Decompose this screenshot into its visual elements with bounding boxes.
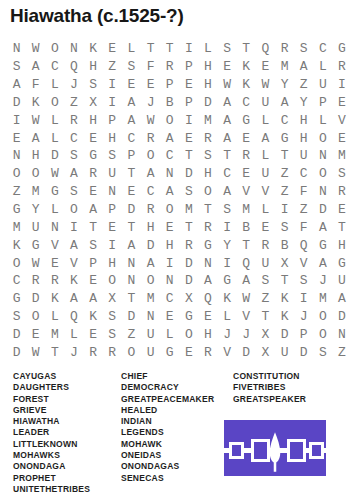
grid-cell: M xyxy=(275,58,294,76)
grid-cell: D xyxy=(122,308,141,326)
grid-cell: D xyxy=(179,272,198,290)
grid-cell: E xyxy=(141,76,160,94)
grid-cell: E xyxy=(256,58,275,76)
iroquois-confederacy-flag xyxy=(224,420,326,476)
grid-cell: P xyxy=(313,94,332,112)
grid-cell: N xyxy=(7,147,26,165)
grid-cell: U xyxy=(275,343,294,361)
grid-cell: L xyxy=(45,76,64,94)
grid-cell: I xyxy=(103,94,122,112)
grid-cell: A xyxy=(218,111,237,129)
grid-cell: E xyxy=(7,129,26,147)
grid-cell: R xyxy=(26,272,45,290)
grid-cell: S xyxy=(122,58,141,76)
grid-cell: C xyxy=(7,272,26,290)
grid-cell: R xyxy=(332,183,351,201)
grid-cell: I xyxy=(332,76,351,94)
grid-cell: U xyxy=(103,165,122,183)
word-list-item: CONSTITUTION xyxy=(233,371,353,382)
grid-cell: T xyxy=(179,147,198,165)
grid-cell: S xyxy=(218,40,237,58)
grid-cell: G xyxy=(313,236,332,254)
grid-cell: A xyxy=(294,58,313,76)
grid-cell: U xyxy=(256,165,275,183)
grid-cell: D xyxy=(122,201,141,219)
grid-cell: R xyxy=(45,272,64,290)
grid-cell: P xyxy=(84,254,103,272)
grid-cell: A xyxy=(198,272,217,290)
grid-cell: S xyxy=(179,183,198,201)
grid-cell: R xyxy=(64,111,83,129)
grid-cell: X xyxy=(84,94,103,112)
grid-cell: A xyxy=(26,129,45,147)
grid-cell: E xyxy=(122,183,141,201)
grid-cell: K xyxy=(7,236,26,254)
grid-cell: N xyxy=(45,218,64,236)
grid-cell: W xyxy=(45,165,64,183)
grid-cell: N xyxy=(332,326,351,344)
grid-cell: E xyxy=(179,76,198,94)
grid-cell: C xyxy=(122,129,141,147)
grid-cell: N xyxy=(122,254,141,272)
grid-cell: D xyxy=(141,236,160,254)
grid-cell: S xyxy=(332,165,351,183)
grid-cell: S xyxy=(256,272,275,290)
grid-cell: U xyxy=(313,76,332,94)
grid-cell: R xyxy=(160,58,179,76)
word-list-column-3: CONSTITUTIONFIVETRIBESGREATSPEAKER xyxy=(233,371,353,405)
grid-cell: E xyxy=(103,40,122,58)
grid-cell: T xyxy=(122,165,141,183)
grid-cell: Z xyxy=(332,343,351,361)
grid-cell: F xyxy=(294,218,313,236)
grid-cell: N xyxy=(103,183,122,201)
grid-cell: A xyxy=(218,183,237,201)
grid-cell: C xyxy=(45,58,64,76)
grid-cell: K xyxy=(26,94,45,112)
word-list-item: ONEIDAS xyxy=(121,450,233,461)
grid-cell: Q xyxy=(256,40,275,58)
grid-cell: T xyxy=(275,147,294,165)
grid-cell: H xyxy=(160,236,179,254)
grid-cell: S xyxy=(275,218,294,236)
grid-cell: A xyxy=(218,129,237,147)
grid-cell: Z xyxy=(294,76,313,94)
grid-cell: M xyxy=(313,290,332,308)
grid-cell: O xyxy=(122,343,141,361)
grid-cell: E xyxy=(160,218,179,236)
grid-cell: G xyxy=(45,183,64,201)
grid-cell: O xyxy=(7,165,26,183)
grid-cell: I xyxy=(103,76,122,94)
grid-cell: G xyxy=(237,111,256,129)
grid-cell: A xyxy=(275,94,294,112)
grid-cell: A xyxy=(237,272,256,290)
grid-cell: U xyxy=(332,272,351,290)
grid-cell: E xyxy=(26,326,45,344)
grid-cell: I xyxy=(64,218,83,236)
word-list-item: ONONDAGAS xyxy=(121,461,233,472)
grid-cell: N xyxy=(313,183,332,201)
grid-cell: G xyxy=(84,147,103,165)
grid-cell: L xyxy=(256,201,275,219)
grid-cell: D xyxy=(313,201,332,219)
grid-cell: Y xyxy=(275,76,294,94)
grid-cell: M xyxy=(237,201,256,219)
grid-cell: S xyxy=(313,343,332,361)
grid-cell: I xyxy=(7,111,26,129)
grid-cell: A xyxy=(84,201,103,219)
grid-cell: I xyxy=(218,254,237,272)
grid-cell: K xyxy=(237,58,256,76)
grid-cell: X xyxy=(103,290,122,308)
grid-cell: E xyxy=(332,94,351,112)
grid-cell: F xyxy=(141,58,160,76)
grid-cell: D xyxy=(45,147,64,165)
grid-cell: R xyxy=(198,343,217,361)
grid-cell: E xyxy=(218,58,237,76)
grid-cell: O xyxy=(313,129,332,147)
grid-cell: I xyxy=(275,201,294,219)
grid-cell: V xyxy=(218,343,237,361)
grid-cell: E xyxy=(84,326,103,344)
grid-cell: E xyxy=(84,129,103,147)
word-list-item: HEALED xyxy=(121,405,233,416)
grid-cell: R xyxy=(141,201,160,219)
grid-cell: E xyxy=(103,218,122,236)
word-list-item: LEGENDS xyxy=(121,427,233,438)
grid-cell: H xyxy=(198,165,217,183)
word-list-item: DAUGHTERS xyxy=(13,382,121,393)
word-list-item: LEADER xyxy=(13,427,121,438)
grid-cell: D xyxy=(7,326,26,344)
grid-cell: N xyxy=(7,40,26,58)
grid-cell: W xyxy=(26,40,45,58)
grid-cell: A xyxy=(141,165,160,183)
grid-cell: O xyxy=(313,165,332,183)
grid-cell: C xyxy=(160,147,179,165)
grid-cell: S xyxy=(294,40,313,58)
grid-cell: I xyxy=(103,236,122,254)
grid-cell: Z xyxy=(275,165,294,183)
grid-cell: L xyxy=(45,129,64,147)
grid-cell: O xyxy=(313,326,332,344)
grid-cell: R xyxy=(198,218,217,236)
grid-cell: W xyxy=(26,343,45,361)
grid-cell: U xyxy=(141,326,160,344)
grid-cell: Q xyxy=(64,58,83,76)
grid-cell: K xyxy=(64,272,83,290)
grid-cell: G xyxy=(218,272,237,290)
grid-cell: M xyxy=(332,147,351,165)
grid-cell: A xyxy=(64,165,83,183)
grid-cell: M xyxy=(26,183,45,201)
grid-cell: B xyxy=(275,236,294,254)
grid-cell: P xyxy=(103,201,122,219)
grid-cell: V xyxy=(64,254,83,272)
grid-cell: E xyxy=(84,272,103,290)
word-list-item: HIAWATHA xyxy=(13,416,121,427)
grid-cell: K xyxy=(218,290,237,308)
grid-cell: W xyxy=(26,111,45,129)
grid-cell: R xyxy=(332,58,351,76)
word-list-item: FIVETRIBES xyxy=(233,382,353,393)
grid-cell: U xyxy=(294,147,313,165)
grid-cell: O xyxy=(26,308,45,326)
grid-cell: M xyxy=(141,290,160,308)
grid-cell: I xyxy=(179,40,198,58)
grid-cell: P xyxy=(160,76,179,94)
grid-cell: U xyxy=(26,218,45,236)
grid-cell: G xyxy=(7,201,26,219)
grid-cell: H xyxy=(198,58,217,76)
grid-cell: C xyxy=(64,129,83,147)
grid-cell: E xyxy=(179,129,198,147)
grid-cell: X xyxy=(256,343,275,361)
grid-cell: C xyxy=(313,40,332,58)
grid-cell: S xyxy=(294,272,313,290)
grid-cell: E xyxy=(256,218,275,236)
word-list-item: ONONDAGA xyxy=(13,461,121,472)
grid-cell: T xyxy=(160,40,179,58)
grid-cell: E xyxy=(179,343,198,361)
grid-cell: P xyxy=(179,58,198,76)
grid-cell: T xyxy=(141,40,160,58)
word-list-item: MOHAWK xyxy=(121,439,233,450)
word-list-item: MOHAWKS xyxy=(13,450,121,461)
grid-cell: L xyxy=(45,201,64,219)
grid-cell: S xyxy=(64,183,83,201)
grid-cell: K xyxy=(275,290,294,308)
grid-cell: R xyxy=(179,236,198,254)
grid-cell: C xyxy=(237,94,256,112)
grid-cell: A xyxy=(122,111,141,129)
grid-cell: O xyxy=(313,308,332,326)
grid-cell: K xyxy=(45,290,64,308)
grid-cell: L xyxy=(160,326,179,344)
grid-cell: R xyxy=(198,129,217,147)
grid-cell: I xyxy=(218,218,237,236)
grid-cell: T xyxy=(332,218,351,236)
grid-cell: H xyxy=(26,147,45,165)
word-list-item: LITTLEKNOWN xyxy=(13,439,121,450)
grid-cell: G xyxy=(179,308,198,326)
grid-cell: A xyxy=(122,236,141,254)
grid-cell: L xyxy=(256,111,275,129)
word-list-item: GRIEVE xyxy=(13,405,121,416)
grid-cell: A xyxy=(7,76,26,94)
grid-cell: H xyxy=(332,236,351,254)
grid-cell: A xyxy=(141,254,160,272)
grid-cell: C xyxy=(218,165,237,183)
grid-cell: J xyxy=(237,326,256,344)
grid-cell: T xyxy=(256,308,275,326)
grid-cell: L xyxy=(45,308,64,326)
grid-cell: H xyxy=(294,111,313,129)
grid-cell: Y xyxy=(294,94,313,112)
grid-cell: L xyxy=(198,40,217,58)
grid-cell: A xyxy=(26,58,45,76)
grid-cell: O xyxy=(160,111,179,129)
word-list-column-2: CHIEFDEMOCRACYGREATPEACEMAKERHEALEDINDIA… xyxy=(121,371,233,484)
grid-cell: E xyxy=(84,183,103,201)
grid-cell: D xyxy=(275,326,294,344)
grid-cell: U xyxy=(256,254,275,272)
grid-cell: P xyxy=(294,326,313,344)
grid-cell: J xyxy=(64,343,83,361)
word-list-item: UNITETHETRIBES xyxy=(13,484,121,495)
grid-cell: X xyxy=(179,290,198,308)
grid-cell: Z xyxy=(275,183,294,201)
grid-cell: Z xyxy=(64,94,83,112)
grid-cell: R xyxy=(256,236,275,254)
grid-cell: T xyxy=(122,290,141,308)
grid-cell: J xyxy=(313,272,332,290)
word-search-grid: NWONKELTTILSTQRSCGSACQHZSFRPHEKEMALRAFLJ… xyxy=(7,40,352,361)
grid-cell: L xyxy=(313,111,332,129)
grid-cell: E xyxy=(332,201,351,219)
word-list-item: CHIEF xyxy=(121,371,233,382)
grid-cell: S xyxy=(103,147,122,165)
grid-cell: Z xyxy=(7,183,26,201)
grid-cell: H xyxy=(103,129,122,147)
grid-cell: T xyxy=(179,218,198,236)
grid-cell: A xyxy=(64,236,83,254)
grid-cell: U xyxy=(256,94,275,112)
grid-cell: G xyxy=(7,290,26,308)
grid-cell: D xyxy=(237,343,256,361)
grid-cell: S xyxy=(103,308,122,326)
grid-cell: W xyxy=(218,76,237,94)
grid-cell: Q xyxy=(64,308,83,326)
grid-cell: L xyxy=(64,326,83,344)
grid-cell: D xyxy=(7,343,26,361)
grid-cell: M xyxy=(198,111,217,129)
grid-cell: J xyxy=(218,326,237,344)
grid-cell: D xyxy=(179,254,198,272)
grid-cell: L xyxy=(218,308,237,326)
grid-cell: E xyxy=(198,308,217,326)
grid-cell: K xyxy=(237,76,256,94)
grid-cell: T xyxy=(218,147,237,165)
grid-cell: V xyxy=(332,111,351,129)
grid-cell: Z xyxy=(294,201,313,219)
grid-cell: C xyxy=(275,111,294,129)
grid-cell: S xyxy=(7,58,26,76)
grid-cell: N xyxy=(141,308,160,326)
word-list-column-1: CAYUGASDAUGHTERSFORESTGRIEVEHIAWATHALEAD… xyxy=(13,371,121,495)
grid-cell: A xyxy=(84,290,103,308)
grid-cell: R xyxy=(84,343,103,361)
grid-cell: O xyxy=(45,40,64,58)
grid-cell: K xyxy=(84,40,103,58)
grid-cell: G xyxy=(26,236,45,254)
grid-cell: G xyxy=(275,129,294,147)
grid-cell: D xyxy=(332,308,351,326)
grid-cell: B xyxy=(237,218,256,236)
grid-cell: W xyxy=(237,290,256,308)
grid-cell: I xyxy=(160,254,179,272)
flag-belt-square-3 xyxy=(287,439,306,462)
word-list-item: SENECAS xyxy=(121,473,233,484)
grid-cell: M xyxy=(45,326,64,344)
grid-cell: O xyxy=(179,326,198,344)
grid-cell: H xyxy=(103,254,122,272)
grid-cell: A xyxy=(160,129,179,147)
grid-cell: H xyxy=(84,111,103,129)
grid-cell: N xyxy=(64,40,83,58)
grid-cell: L xyxy=(45,111,64,129)
grid-cell: N xyxy=(198,254,217,272)
grid-cell: D xyxy=(294,343,313,361)
word-list-item: PROPHET xyxy=(13,473,121,484)
grid-cell: X xyxy=(256,326,275,344)
grid-cell: S xyxy=(84,236,103,254)
grid-cell: A xyxy=(256,129,275,147)
grid-cell: D xyxy=(198,94,217,112)
grid-cell: T xyxy=(45,343,64,361)
grid-cell: G xyxy=(160,343,179,361)
grid-cell: D xyxy=(26,290,45,308)
grid-cell: A xyxy=(313,254,332,272)
grid-cell: K xyxy=(275,308,294,326)
grid-cell: C xyxy=(294,165,313,183)
grid-cell: P xyxy=(122,147,141,165)
flag-belt-square-4 xyxy=(309,442,324,459)
grid-cell: R xyxy=(275,40,294,58)
grid-cell: S xyxy=(84,76,103,94)
grid-cell: S xyxy=(198,147,217,165)
grid-cell: N xyxy=(160,272,179,290)
grid-cell: L xyxy=(122,40,141,58)
grid-cell: S xyxy=(64,147,83,165)
grid-cell: E xyxy=(237,129,256,147)
grid-cell: H xyxy=(141,218,160,236)
grid-cell: V xyxy=(237,183,256,201)
grid-cell: S xyxy=(218,201,237,219)
grid-cell: N xyxy=(313,147,332,165)
grid-cell: E xyxy=(160,308,179,326)
grid-cell: F xyxy=(294,183,313,201)
grid-cell: W xyxy=(256,76,275,94)
grid-cell: O xyxy=(103,272,122,290)
grid-cell: X xyxy=(275,254,294,272)
grid-cell: G xyxy=(332,40,351,58)
grid-cell: O xyxy=(64,201,83,219)
grid-cell: G xyxy=(332,254,351,272)
grid-cell: C xyxy=(160,290,179,308)
grid-cell: R xyxy=(237,147,256,165)
grid-cell: T xyxy=(237,236,256,254)
grid-cell: O xyxy=(26,165,45,183)
grid-cell: T xyxy=(122,218,141,236)
word-list-item: CAYUGAS xyxy=(13,371,121,382)
grid-cell: A xyxy=(218,94,237,112)
word-list-item: FOREST xyxy=(13,394,121,405)
grid-cell: I xyxy=(294,290,313,308)
grid-cell: C xyxy=(141,183,160,201)
grid-cell: H xyxy=(198,326,217,344)
grid-cell: E xyxy=(332,129,351,147)
grid-cell: H xyxy=(84,58,103,76)
word-list-item: INDIAN xyxy=(121,416,233,427)
grid-cell: Q xyxy=(294,236,313,254)
grid-cell: P xyxy=(179,94,198,112)
grid-cell: K xyxy=(84,308,103,326)
grid-cell: V xyxy=(256,183,275,201)
grid-cell: H xyxy=(294,129,313,147)
grid-cell: O xyxy=(141,272,160,290)
